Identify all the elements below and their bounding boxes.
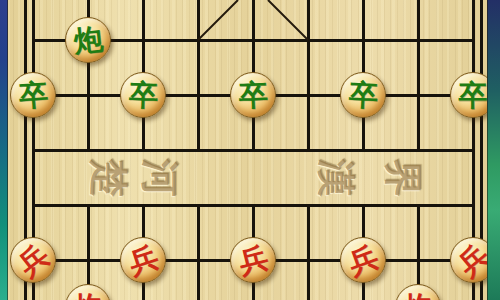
piece-glyph: 卒 bbox=[128, 80, 158, 110]
piece-black-soldier-file6[interactable]: 卒 bbox=[340, 72, 386, 118]
piece-glyph: 兵 bbox=[344, 241, 381, 278]
xiangqi-app-window: 楚 河 漢 界 炮卒卒卒卒卒兵兵兵兵兵炮炮 bbox=[0, 0, 500, 300]
piece-black-soldier-file2[interactable]: 卒 bbox=[120, 72, 166, 118]
window-edge-left-gradient bbox=[0, 0, 8, 300]
piece-red-soldier-file0[interactable]: 兵 bbox=[10, 237, 56, 283]
piece-glyph: 炮 bbox=[72, 24, 104, 56]
piece-black-soldier-file0[interactable]: 卒 bbox=[10, 72, 56, 118]
piece-glyph: 炮 bbox=[404, 293, 433, 300]
piece-black-cannon-file1[interactable]: 炮 bbox=[65, 17, 111, 63]
piece-glyph: 卒 bbox=[348, 80, 378, 110]
piece-glyph: 卒 bbox=[238, 80, 268, 110]
piece-layer: 炮卒卒卒卒卒兵兵兵兵兵炮炮 bbox=[6, 13, 500, 300]
piece-red-cannon-file7[interactable]: 炮 bbox=[395, 284, 441, 300]
window-edge-right-gradient bbox=[487, 0, 500, 300]
piece-glyph: 卒 bbox=[459, 81, 488, 110]
piece-red-soldier-file2[interactable]: 兵 bbox=[120, 237, 166, 283]
piece-glyph: 炮 bbox=[74, 293, 103, 300]
piece-glyph: 卒 bbox=[18, 80, 49, 111]
piece-glyph: 兵 bbox=[13, 240, 54, 281]
piece-glyph: 兵 bbox=[125, 242, 162, 279]
piece-black-soldier-file4[interactable]: 卒 bbox=[230, 72, 276, 118]
piece-red-soldier-file4[interactable]: 兵 bbox=[230, 237, 276, 283]
piece-glyph: 兵 bbox=[235, 242, 270, 277]
xiangqi-board[interactable]: 楚 河 漢 界 炮卒卒卒卒卒兵兵兵兵兵炮炮 bbox=[7, 0, 488, 300]
piece-red-soldier-file6[interactable]: 兵 bbox=[340, 237, 386, 283]
piece-red-cannon-file1[interactable]: 炮 bbox=[65, 284, 111, 300]
